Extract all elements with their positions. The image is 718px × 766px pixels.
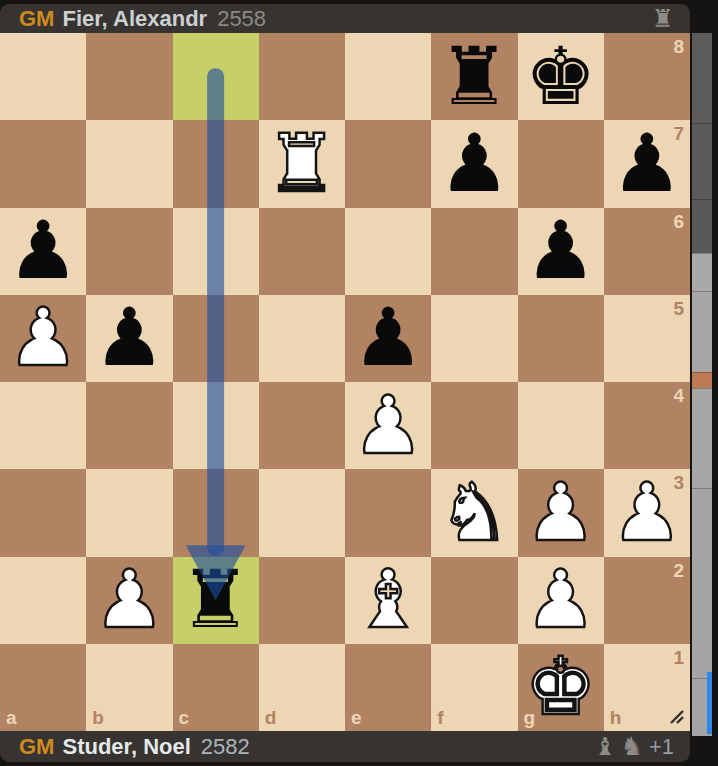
square-b7[interactable] xyxy=(86,120,172,207)
player-rating-top: 2558 xyxy=(217,6,266,32)
file-label-e: e xyxy=(351,708,362,727)
piece-white-pawn[interactable]: ♟ xyxy=(86,557,172,644)
square-f7[interactable]: ♟ xyxy=(431,120,517,207)
captured-pieces: ♝ ♞ +1 xyxy=(594,734,674,760)
square-b3[interactable] xyxy=(86,469,172,556)
square-e3[interactable] xyxy=(345,469,431,556)
sidebar-scroll-strip[interactable] xyxy=(692,33,712,735)
rank-label-2: 2 xyxy=(673,561,684,580)
square-e1[interactable]: e xyxy=(345,644,431,731)
square-d1[interactable]: d xyxy=(259,644,345,731)
piece-black-rook[interactable]: ♜ xyxy=(431,33,517,120)
file-label-b: b xyxy=(92,708,104,727)
square-c5[interactable] xyxy=(173,295,259,382)
sidebar-blue-indicator xyxy=(707,672,712,734)
square-e4[interactable]: ♟ xyxy=(345,382,431,469)
piece-white-pawn[interactable]: ♟ xyxy=(518,469,604,556)
square-g5[interactable] xyxy=(518,295,604,382)
strip-segment-2 xyxy=(692,199,712,254)
square-g6[interactable]: ♟ xyxy=(518,208,604,295)
square-c7[interactable] xyxy=(173,120,259,207)
square-e2[interactable]: ♝ xyxy=(345,557,431,644)
piece-white-pawn[interactable]: ♟ xyxy=(0,295,86,382)
piece-black-king[interactable]: ♚ xyxy=(518,33,604,120)
player-bar-bottom: GM Studer, Noel 2582 ♝ ♞ +1 xyxy=(0,731,690,762)
file-label-a: a xyxy=(6,708,17,727)
square-e7[interactable] xyxy=(345,120,431,207)
square-g7[interactable] xyxy=(518,120,604,207)
square-d7[interactable]: ♜ xyxy=(259,120,345,207)
piece-black-pawn[interactable]: ♟ xyxy=(345,295,431,382)
square-d6[interactable] xyxy=(259,208,345,295)
square-f6[interactable] xyxy=(431,208,517,295)
piece-black-pawn[interactable]: ♟ xyxy=(518,208,604,295)
rank-label-6: 6 xyxy=(673,212,684,231)
strip-segment-7 xyxy=(692,488,712,679)
player-title-bottom: GM xyxy=(19,734,54,760)
square-d2[interactable] xyxy=(259,557,345,644)
square-g4[interactable] xyxy=(518,382,604,469)
rank-label-7: 7 xyxy=(673,124,684,143)
square-a7[interactable] xyxy=(0,120,86,207)
square-b1[interactable]: b xyxy=(86,644,172,731)
square-a8[interactable] xyxy=(0,33,86,120)
square-f8[interactable]: ♜ xyxy=(431,33,517,120)
square-c2[interactable]: ♜ xyxy=(173,557,259,644)
square-f3[interactable]: ♞ xyxy=(431,469,517,556)
file-label-c: c xyxy=(179,708,190,727)
player-name-top[interactable]: Fier, Alexandr xyxy=(62,6,207,32)
square-a5[interactable]: ♟ xyxy=(0,295,86,382)
chess-board[interactable]: ♜♚8♜♟♟7♟♟6♟♟♟5♟4♞♟♟3♟♜♝♟2abcdef♚g1h xyxy=(0,33,690,731)
rank-label-8: 8 xyxy=(673,37,684,56)
square-b6[interactable] xyxy=(86,208,172,295)
piece-white-rook[interactable]: ♜ xyxy=(259,120,345,207)
square-b2[interactable]: ♟ xyxy=(86,557,172,644)
strip-segment-5 xyxy=(692,372,712,389)
piece-white-pawn[interactable]: ♟ xyxy=(518,557,604,644)
square-c8[interactable] xyxy=(173,33,259,120)
piece-black-rook[interactable]: ♜ xyxy=(173,557,259,644)
rank-label-3: 3 xyxy=(673,473,684,492)
piece-white-pawn[interactable]: ♟ xyxy=(345,382,431,469)
player-name-bottom[interactable]: Studer, Noel xyxy=(62,734,190,760)
square-e6[interactable] xyxy=(345,208,431,295)
square-h2[interactable]: 2 xyxy=(604,557,690,644)
square-e5[interactable]: ♟ xyxy=(345,295,431,382)
square-c1[interactable]: c xyxy=(173,644,259,731)
knight-icon: ♞ xyxy=(620,734,642,759)
file-label-f: f xyxy=(437,708,443,727)
square-g2[interactable]: ♟ xyxy=(518,557,604,644)
square-b4[interactable] xyxy=(86,382,172,469)
square-d4[interactable] xyxy=(259,382,345,469)
square-d5[interactable] xyxy=(259,295,345,382)
square-d8[interactable] xyxy=(259,33,345,120)
square-f2[interactable] xyxy=(431,557,517,644)
file-label-g: g xyxy=(524,708,536,727)
strip-segment-0 xyxy=(692,33,712,123)
square-h3[interactable]: ♟3 xyxy=(604,469,690,556)
piece-white-knight[interactable]: ♞ xyxy=(431,469,517,556)
rank-label-5: 5 xyxy=(673,299,684,318)
square-c4[interactable] xyxy=(173,382,259,469)
square-a1[interactable]: a xyxy=(0,644,86,731)
square-b8[interactable] xyxy=(86,33,172,120)
square-a6[interactable]: ♟ xyxy=(0,208,86,295)
square-c3[interactable] xyxy=(173,469,259,556)
square-a4[interactable] xyxy=(0,382,86,469)
square-f1[interactable]: f xyxy=(431,644,517,731)
square-h4[interactable]: 4 xyxy=(604,382,690,469)
player-bar-top: GM Fier, Alexandr 2558 ♜ xyxy=(0,4,690,33)
rank-label-1: 1 xyxy=(673,648,684,667)
piece-white-bishop[interactable]: ♝ xyxy=(345,557,431,644)
strip-segment-3 xyxy=(692,253,712,292)
square-f4[interactable] xyxy=(431,382,517,469)
square-g3[interactable]: ♟ xyxy=(518,469,604,556)
square-a3[interactable] xyxy=(0,469,86,556)
square-d3[interactable] xyxy=(259,469,345,556)
square-a2[interactable] xyxy=(0,557,86,644)
player-rating-bottom: 2582 xyxy=(201,734,250,760)
broadcast-board-widget: GM Fier, Alexandr 2558 ♜ ♜♚8♜♟♟7♟♟6♟♟♟5♟… xyxy=(0,0,718,766)
square-f5[interactable] xyxy=(431,295,517,382)
rook-icon: ♜ xyxy=(652,6,674,31)
square-b5[interactable]: ♟ xyxy=(86,295,172,382)
square-h6[interactable]: 6 xyxy=(604,208,690,295)
material-advantage: +1 xyxy=(649,734,674,760)
square-h8[interactable]: 8 xyxy=(604,33,690,120)
strip-segment-4 xyxy=(692,291,712,373)
piece-black-pawn[interactable]: ♟ xyxy=(0,208,86,295)
strip-segment-6 xyxy=(692,388,712,489)
square-h7[interactable]: ♟7 xyxy=(604,120,690,207)
square-h5[interactable]: 5 xyxy=(604,295,690,382)
square-e8[interactable] xyxy=(345,33,431,120)
piece-black-pawn[interactable]: ♟ xyxy=(431,120,517,207)
square-c6[interactable] xyxy=(173,208,259,295)
resize-handle-icon[interactable] xyxy=(668,708,686,726)
square-g8[interactable]: ♚ xyxy=(518,33,604,120)
rank-label-4: 4 xyxy=(673,386,684,405)
square-g1[interactable]: ♚g xyxy=(518,644,604,731)
file-label-h: h xyxy=(610,708,622,727)
piece-black-pawn[interactable]: ♟ xyxy=(86,295,172,382)
file-label-d: d xyxy=(265,708,277,727)
bishop-icon: ♝ xyxy=(594,734,616,759)
strip-segment-1 xyxy=(692,123,712,200)
player-title-top: GM xyxy=(19,6,54,32)
